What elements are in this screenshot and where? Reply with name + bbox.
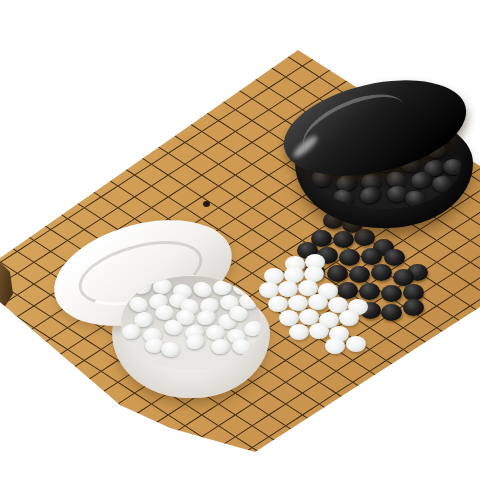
black-stone [403,284,424,301]
white-stone [309,323,329,339]
grid-cell [169,55,203,77]
grid-cell [1,186,35,208]
grid-cell [135,469,169,480]
grid-cell [52,371,86,393]
grid-cell [404,404,438,426]
grid-cell [354,393,388,415]
grid-cell [454,328,480,350]
grid-cell [404,448,438,470]
grid-cell [471,360,480,382]
black-heap-stone [443,159,461,175]
grid-cell [18,415,52,437]
grid-cell [35,404,69,426]
grid-cell [0,230,1,252]
grid-cell [18,153,52,175]
grid-cell [270,469,304,480]
grid-cell [102,426,136,448]
grid-cell [1,208,35,230]
grid-cell [85,415,119,437]
grid-cell [85,437,119,459]
grid-cell [52,153,86,175]
white-stone [308,294,328,310]
grid-cell [68,164,102,186]
grid-cell [438,360,472,382]
grid-cell [1,360,35,382]
grid-cell [454,371,480,393]
grid-cell [135,426,169,448]
grid-cell [52,437,86,459]
grid-cell [438,426,472,448]
grid-cell [454,415,480,437]
grid-cell [471,339,480,361]
grid-cell [0,317,1,339]
grid-cell [421,371,455,393]
grid-cell [438,404,472,426]
grid-cell [186,88,220,110]
grid-cell [219,44,253,66]
grid-cell [68,121,102,143]
black-stone [337,282,358,299]
grid-cell [186,459,220,480]
grid-cell [68,448,102,470]
grid-cell [203,448,237,470]
grid-cell [203,55,237,77]
grid-cell [421,437,455,459]
grid-cell [203,469,237,480]
grid-cell [135,121,169,143]
grid-cell [0,339,1,361]
grid-cell [337,404,371,426]
grid-cell [1,164,35,186]
grid-cell [186,44,220,66]
white-stone [339,310,359,326]
grid-cell [370,404,404,426]
white-stone [289,324,309,340]
black-heap-stone [358,185,382,206]
grid-cell [454,393,480,415]
grid-cell [68,404,102,426]
grid-cell [68,426,102,448]
grid-cell [0,186,1,208]
grid-cell [270,448,304,470]
grid-cell [0,371,18,393]
grid-cell [186,66,220,88]
grid-cell [471,404,480,426]
grid-cell [35,186,69,208]
white-heap-stone [191,279,214,299]
grid-cell [337,469,371,480]
grid-cell [169,77,203,99]
grid-cell [102,448,136,470]
grid-cell [102,121,136,143]
grid-cell [219,23,253,45]
grid-cell [135,99,169,121]
grid-cell [35,164,69,186]
black-stone [359,283,380,300]
grid-cell [236,33,270,55]
grid-cell [0,393,18,415]
grid-cell [152,66,186,88]
grid-cell [119,437,153,459]
black-stone [327,265,348,282]
grid-cell [119,415,153,437]
grid-cell [68,142,102,164]
grid-cell [421,415,455,437]
grid-cell [52,175,86,197]
grid-cell [438,382,472,404]
grid-cell [152,459,186,480]
grid-cell [0,350,18,372]
grid-cell [0,208,1,230]
grid-cell [169,469,203,480]
grid-cell [0,175,18,197]
grid-cell [0,360,1,382]
grid-cell [387,459,421,480]
grid-cell [471,317,480,339]
grid-cell [35,360,69,382]
white-heap-stone [155,305,175,321]
grid-cell [169,99,203,121]
grid-cell [52,132,86,154]
grid-cell [1,339,35,361]
grid-cell [320,459,354,480]
white-bowl-stones [121,276,261,370]
grid-cell [236,448,270,470]
grid-cell [18,350,52,372]
grid-cell [253,459,287,480]
grid-cell [387,371,421,393]
black-stone [384,249,405,266]
grid-cell [0,219,18,241]
grid-cell [404,426,438,448]
grid-cell [337,426,371,448]
grid-cell [68,382,102,404]
grid-cell [85,459,119,480]
grid-cell [387,437,421,459]
star-point [203,201,210,207]
black-stone [371,264,392,281]
grid-cell [102,469,136,480]
grid-cell [203,77,237,99]
grid-cell [18,393,52,415]
grid-cell [18,371,52,393]
grid-cell [387,415,421,437]
black-stone [381,285,402,302]
grid-cell [102,99,136,121]
white-stone [346,336,366,352]
grid-cell [370,426,404,448]
grid-cell [18,175,52,197]
grid-cell [370,382,404,404]
grid-cell [320,415,354,437]
grid-cell [85,153,119,175]
grid-cell [0,382,1,404]
grid-cell [152,437,186,459]
grid-cell [152,110,186,132]
grid-cell [52,415,86,437]
black-stone [361,248,382,265]
grid-cell [320,437,354,459]
grid-cell [354,437,388,459]
black-stone [403,299,424,316]
white-stone [325,338,345,354]
grid-cell [370,448,404,470]
grid-cell [152,88,186,110]
grid-cell [85,110,119,132]
grid-cell [354,459,388,480]
grid-cell [236,469,270,480]
black-stone [339,249,360,266]
black-stone [381,304,402,321]
grid-cell [119,88,153,110]
grid-cell [203,33,237,55]
grid-cell [0,328,18,350]
grid-cell [370,469,404,480]
grid-cell [471,382,480,404]
grid-cell [454,350,480,372]
grid-cell [387,393,421,415]
grid-cell [119,132,153,154]
white-heap-stone [211,339,231,355]
grid-cell [135,77,169,99]
grid-cell [35,382,69,404]
black-stone [349,266,370,283]
grid-cell [303,469,337,480]
grid-cell [303,426,337,448]
grid-cell [438,339,472,361]
grid-cell [119,110,153,132]
grid-cell [35,142,69,164]
white-heap-stone [206,325,225,340]
grid-cell [337,448,371,470]
grid-cell [354,415,388,437]
go-board-mat [0,0,480,480]
black-stone [333,231,354,248]
grid-cell [169,448,203,470]
grid-cell [421,350,455,372]
grid-cell [303,448,337,470]
black-stone [393,269,414,286]
grid-cell [219,459,253,480]
grid-cell [119,459,153,480]
grid-cell [52,393,86,415]
grid-cell [421,393,455,415]
grid-cell [18,197,52,219]
grid-cell [35,426,69,448]
black-stone [354,229,375,246]
grid-cell [236,12,270,34]
white-heap-stone [160,340,182,358]
grid-cell [219,66,253,88]
grid-cell [1,404,35,426]
grid-cell [287,459,321,480]
grid-cell [287,437,321,459]
grid-cell [404,382,438,404]
grid-cell [404,360,438,382]
go-set-product-photo [0,0,480,480]
grid-cell [135,448,169,470]
grid-cell [253,23,287,45]
grid-cell [0,197,18,219]
grid-cell [1,382,35,404]
grid-cell [85,132,119,154]
grid-cell [102,142,136,164]
